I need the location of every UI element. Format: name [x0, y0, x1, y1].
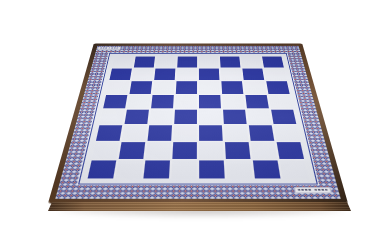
square-a6[interactable] — [106, 81, 130, 94]
square-h7[interactable] — [264, 68, 287, 80]
square-h5[interactable] — [268, 95, 293, 109]
square-h3[interactable] — [273, 125, 300, 141]
square-g7[interactable] — [242, 68, 264, 80]
square-c3[interactable] — [147, 125, 172, 141]
square-b3[interactable] — [122, 125, 148, 141]
square-c7[interactable] — [154, 68, 176, 80]
square-f7[interactable] — [220, 68, 242, 80]
square-f3[interactable] — [224, 125, 249, 141]
square-e4[interactable] — [199, 109, 222, 124]
square-a7[interactable] — [109, 68, 132, 80]
square-b8[interactable] — [134, 57, 156, 68]
square-e2[interactable] — [199, 142, 224, 159]
sticker-print — [314, 189, 328, 191]
square-h6[interactable] — [266, 81, 290, 94]
square-c2[interactable] — [145, 142, 171, 159]
square-c5[interactable] — [151, 95, 174, 109]
square-d4[interactable] — [174, 109, 197, 124]
square-d1[interactable] — [171, 160, 197, 178]
label-sticker-bottom-right — [294, 187, 332, 193]
square-h1[interactable] — [279, 160, 308, 178]
square-d5[interactable] — [175, 95, 197, 109]
square-b2[interactable] — [119, 142, 146, 159]
square-e6[interactable] — [199, 81, 221, 94]
square-e3[interactable] — [199, 125, 223, 141]
square-f5[interactable] — [222, 95, 245, 109]
square-e5[interactable] — [199, 95, 221, 109]
square-c6[interactable] — [153, 81, 175, 94]
square-a1[interactable] — [88, 160, 117, 178]
sticker-print — [298, 189, 312, 191]
square-a4[interactable] — [100, 109, 126, 124]
square-h2[interactable] — [276, 142, 304, 159]
square-a3[interactable] — [96, 125, 123, 141]
square-g8[interactable] — [241, 57, 263, 68]
square-d8[interactable] — [177, 57, 197, 68]
square-c8[interactable] — [155, 57, 176, 68]
photo-background — [0, 0, 390, 242]
label-sticker-top-left — [97, 46, 121, 49]
square-f6[interactable] — [221, 81, 243, 94]
square-f4[interactable] — [223, 109, 247, 124]
square-b4[interactable] — [124, 109, 149, 124]
square-g4[interactable] — [247, 109, 272, 124]
square-e7[interactable] — [199, 68, 220, 80]
square-d7[interactable] — [176, 68, 197, 80]
square-g6[interactable] — [243, 81, 266, 94]
square-g5[interactable] — [245, 95, 269, 109]
square-c1[interactable] — [143, 160, 170, 178]
square-d3[interactable] — [173, 125, 197, 141]
chess-board — [48, 43, 348, 203]
square-g1[interactable] — [252, 160, 280, 178]
square-g3[interactable] — [248, 125, 274, 141]
square-b6[interactable] — [129, 81, 152, 94]
square-b1[interactable] — [115, 160, 143, 178]
square-f1[interactable] — [226, 160, 253, 178]
square-f8[interactable] — [220, 57, 241, 68]
square-h4[interactable] — [271, 109, 297, 124]
square-f2[interactable] — [225, 142, 251, 159]
square-b5[interactable] — [127, 95, 151, 109]
square-a8[interactable] — [112, 57, 134, 68]
square-a2[interactable] — [92, 142, 120, 159]
board-grid — [88, 57, 309, 179]
square-d2[interactable] — [172, 142, 197, 159]
square-g2[interactable] — [250, 142, 277, 159]
square-a5[interactable] — [103, 95, 128, 109]
square-e1[interactable] — [199, 160, 225, 178]
square-b7[interactable] — [132, 68, 154, 80]
square-h8[interactable] — [262, 57, 284, 68]
square-c4[interactable] — [149, 109, 173, 124]
sticker-print — [100, 47, 118, 48]
square-d6[interactable] — [176, 81, 198, 94]
square-e8[interactable] — [199, 57, 219, 68]
wood-front-edge — [48, 202, 351, 211]
